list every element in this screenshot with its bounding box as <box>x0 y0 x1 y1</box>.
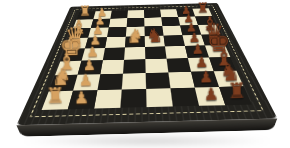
chess-set-photo: ♜♟♟♜♟♟♝♟♟♝♛♟♞♞♟♛♚♟♟♚♝♟♟♝♞♟♟♞♜♟♟♜ <box>0 0 290 148</box>
square-h8: ♜ <box>219 86 251 105</box>
board-frame: ♜♟♟♜♟♟♝♟♟♝♛♟♞♞♟♛♚♟♟♚♝♟♟♝♞♟♟♞♜♟♟♜ <box>16 3 277 125</box>
square-d4: ♞ <box>125 36 145 47</box>
white-rook: ♜ <box>46 86 65 107</box>
square-d3 <box>105 37 126 48</box>
black-pawn: ♟ <box>203 86 219 103</box>
square-c3 <box>107 27 127 37</box>
square-h2: ♟ <box>68 90 98 109</box>
square-g6 <box>168 72 194 88</box>
square-c6 <box>162 26 182 36</box>
black-rook: ♜ <box>227 81 246 102</box>
chess-board: ♜♟♟♜♟♟♝♟♟♝♛♟♞♞♟♛♚♟♟♚♝♟♟♝♞♟♟♞♜♟♟♜ <box>49 0 242 143</box>
square-e5 <box>145 46 167 59</box>
white-knight: ♞ <box>126 27 143 46</box>
square-h4 <box>120 89 146 108</box>
white-pawn: ♟ <box>78 72 92 88</box>
board-edge <box>16 118 277 136</box>
white-pawn: ♟ <box>74 89 90 106</box>
square-g4 <box>122 73 146 89</box>
square-f6 <box>167 58 191 72</box>
square-f4 <box>123 59 146 73</box>
square-d5: ♞ <box>145 36 165 47</box>
square-e3 <box>103 48 125 61</box>
square-e4 <box>124 47 145 60</box>
square-g3 <box>97 74 123 91</box>
square-d6 <box>164 35 185 46</box>
square-f5 <box>145 59 168 73</box>
black-knight: ♞ <box>146 26 163 45</box>
square-f3 <box>100 60 124 74</box>
black-pawn: ♟ <box>199 69 213 85</box>
board-surface: ♜♟♟♜♟♟♝♟♟♝♛♟♞♞♟♛♚♟♟♚♝♟♟♝♞♟♟♞♜♟♟♜ <box>16 3 277 125</box>
square-g5 <box>146 72 171 88</box>
square-e6 <box>165 46 188 59</box>
board-squares: ♜♟♟♜♟♟♝♟♟♝♛♟♞♞♟♛♚♟♟♚♝♟♟♝♞♟♟♞♜♟♟♜ <box>42 8 252 110</box>
square-h3 <box>94 90 122 109</box>
square-h5 <box>146 88 173 107</box>
